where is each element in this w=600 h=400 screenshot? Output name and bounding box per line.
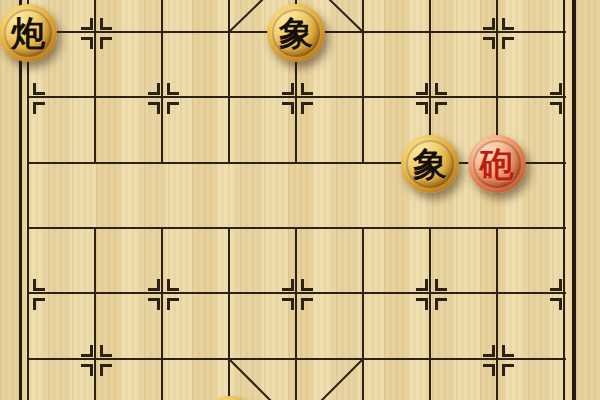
piece-black-cannon-a2[interactable]: 炮 [0,4,57,62]
piece-glyph: 炮 [11,16,45,50]
piece-black-elephant-g4[interactable]: 象 [401,135,459,193]
piece-glyph: 象 [413,147,447,181]
piece-glyph: 象 [279,16,313,50]
piece-red-cannon-h4[interactable]: 砲 [468,135,526,193]
piece-black-elephant-e2[interactable]: 象 [267,4,325,62]
palace-diagonal-line [229,359,296,400]
piece-glyph: 砲 [480,147,514,181]
palace-diagonal-line [296,359,363,400]
xiangqi-board[interactable]: 炮象象砲 [0,0,600,400]
